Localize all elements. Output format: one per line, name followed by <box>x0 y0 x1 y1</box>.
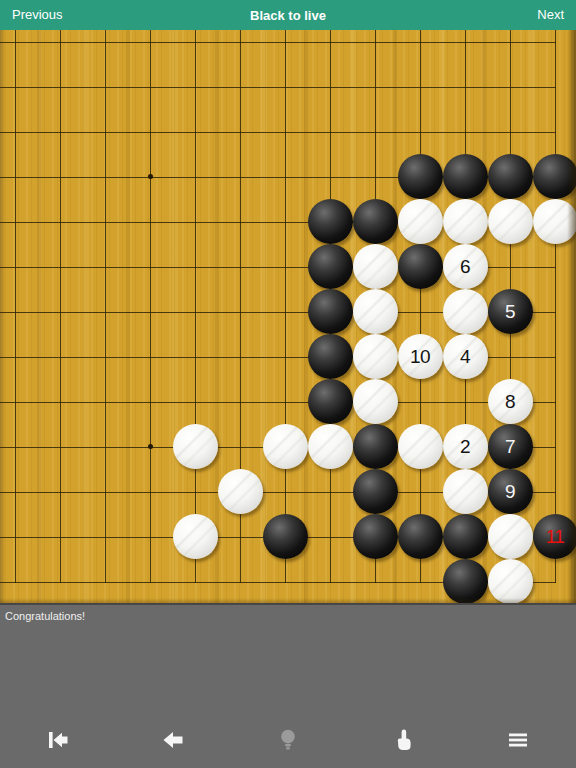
black-stone: 7 <box>488 424 533 469</box>
hint-button[interactable] <box>230 716 345 768</box>
grid-line-vertical <box>150 30 151 583</box>
white-stone <box>353 334 398 379</box>
hamburger-icon <box>507 731 529 753</box>
white-stone: 8 <box>488 379 533 424</box>
lightbulb-icon <box>276 727 300 757</box>
previous-button[interactable]: Previous <box>12 0 63 30</box>
move-number-label: 2 <box>460 437 470 456</box>
black-stone: 11 <box>533 514 576 559</box>
page-title: Black to live <box>0 8 576 23</box>
black-stone <box>308 199 353 244</box>
grid-line-horizontal <box>0 87 556 88</box>
star-point <box>148 444 153 449</box>
black-stone <box>398 514 443 559</box>
app-screen: Black to live Previous Next 65104827911 … <box>0 0 576 768</box>
grid-line-vertical <box>105 30 106 583</box>
white-stone <box>218 469 263 514</box>
status-message: Congratulations! <box>0 605 576 627</box>
black-stone <box>308 379 353 424</box>
black-stone: 9 <box>488 469 533 514</box>
skip-to-start-icon <box>45 728 71 756</box>
grid-line-vertical <box>60 30 61 583</box>
white-stone <box>488 514 533 559</box>
black-stone <box>353 424 398 469</box>
white-stone: 10 <box>398 334 443 379</box>
back-arrow-icon <box>161 728 185 756</box>
go-board[interactable]: 65104827911 <box>0 30 576 603</box>
grid-line-vertical <box>555 30 556 583</box>
white-stone <box>173 514 218 559</box>
white-stone <box>398 199 443 244</box>
grid-line-horizontal <box>0 132 556 133</box>
black-stone: 5 <box>488 289 533 334</box>
white-stone: 6 <box>443 244 488 289</box>
next-button[interactable]: Next <box>537 0 564 30</box>
white-stone <box>443 469 488 514</box>
black-stone <box>353 199 398 244</box>
grid-line-vertical <box>420 30 421 583</box>
bottom-panel: Congratulations! <box>0 603 576 768</box>
move-number-label: 6 <box>460 257 470 276</box>
move-number-label: 9 <box>505 482 515 501</box>
black-stone <box>353 514 398 559</box>
go-to-start-button[interactable] <box>0 716 115 768</box>
top-nav-bar: Black to live Previous Next <box>0 0 576 30</box>
black-stone <box>308 289 353 334</box>
white-stone <box>398 424 443 469</box>
move-number-label: 11 <box>546 527 565 546</box>
white-stone <box>353 379 398 424</box>
move-number-label: 5 <box>505 302 515 321</box>
move-number-label: 8 <box>505 392 515 411</box>
step-back-button[interactable] <box>115 716 230 768</box>
white-stone <box>173 424 218 469</box>
white-stone <box>443 289 488 334</box>
black-stone <box>308 334 353 379</box>
black-stone <box>353 469 398 514</box>
move-number-label: 4 <box>460 347 470 366</box>
black-stone <box>308 244 353 289</box>
black-stone <box>443 514 488 559</box>
white-stone: 2 <box>443 424 488 469</box>
toolbar <box>0 716 576 768</box>
white-stone <box>488 559 533 603</box>
place-stone-button[interactable] <box>346 716 461 768</box>
star-point <box>148 174 153 179</box>
white-stone <box>308 424 353 469</box>
grid-line-vertical <box>285 30 286 583</box>
hand-icon <box>391 728 415 756</box>
white-stone <box>263 424 308 469</box>
white-stone <box>488 199 533 244</box>
grid-line-horizontal <box>0 42 556 43</box>
grid-line-vertical <box>195 30 196 583</box>
white-stone <box>353 289 398 334</box>
white-stone <box>353 244 398 289</box>
black-stone <box>533 154 576 199</box>
grid-line-horizontal <box>0 402 556 403</box>
move-number-label: 7 <box>505 437 515 456</box>
black-stone <box>488 154 533 199</box>
white-stone <box>443 199 488 244</box>
menu-button[interactable] <box>461 716 576 768</box>
black-stone <box>398 244 443 289</box>
black-stone <box>263 514 308 559</box>
black-stone <box>443 154 488 199</box>
black-stone <box>443 559 488 603</box>
grid-line-vertical <box>15 30 16 583</box>
black-stone <box>398 154 443 199</box>
white-stone <box>533 199 576 244</box>
white-stone: 4 <box>443 334 488 379</box>
move-number-label: 10 <box>410 347 430 366</box>
